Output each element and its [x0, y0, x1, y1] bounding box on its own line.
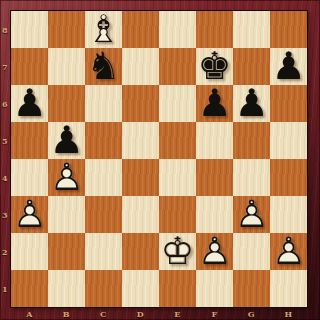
- square-c3[interactable]: [85, 196, 122, 233]
- square-h3[interactable]: [270, 196, 307, 233]
- white-king-e2[interactable]: ♚♔: [159, 233, 196, 270]
- square-a5[interactable]: [11, 122, 48, 159]
- black-pawn-h7[interactable]: ♟: [270, 48, 307, 85]
- square-e3[interactable]: [159, 196, 196, 233]
- square-b8[interactable]: [48, 11, 85, 48]
- file-label-c: C: [85, 307, 122, 320]
- square-e5[interactable]: [159, 122, 196, 159]
- file-label-f: F: [196, 307, 233, 320]
- square-c5[interactable]: [85, 122, 122, 159]
- rank-label-8: 8: [0, 11, 10, 48]
- square-g8[interactable]: [233, 11, 270, 48]
- rank-label-1: 1: [0, 270, 10, 307]
- square-b7[interactable]: [48, 48, 85, 85]
- square-h4[interactable]: [270, 159, 307, 196]
- square-f7[interactable]: ♚: [196, 48, 233, 85]
- rank-label-4: 4: [0, 159, 10, 196]
- square-e1[interactable]: [159, 270, 196, 307]
- file-label-d: D: [122, 307, 159, 320]
- square-f5[interactable]: [196, 122, 233, 159]
- square-a7[interactable]: [11, 48, 48, 85]
- black-pawn-f6[interactable]: ♟: [196, 85, 233, 122]
- square-c8[interactable]: ♝♗: [85, 11, 122, 48]
- square-f4[interactable]: [196, 159, 233, 196]
- square-h7[interactable]: ♟: [270, 48, 307, 85]
- square-d7[interactable]: [122, 48, 159, 85]
- white-pawn-b4[interactable]: ♟♙: [48, 159, 85, 196]
- square-b4[interactable]: ♟♙: [48, 159, 85, 196]
- file-label-g: G: [233, 307, 270, 320]
- square-f2[interactable]: ♟♙: [196, 233, 233, 270]
- white-pawn-h2[interactable]: ♟♙: [270, 233, 307, 270]
- square-b2[interactable]: [48, 233, 85, 270]
- square-a6[interactable]: ♟: [11, 85, 48, 122]
- square-e7[interactable]: [159, 48, 196, 85]
- square-h1[interactable]: [270, 270, 307, 307]
- square-g4[interactable]: [233, 159, 270, 196]
- chess-board: ♝♗♞♚♟♟♟♟♟♟♙♟♙♟♙♚♔♟♙♟♙: [10, 10, 308, 308]
- square-d3[interactable]: [122, 196, 159, 233]
- square-f8[interactable]: [196, 11, 233, 48]
- square-g2[interactable]: [233, 233, 270, 270]
- black-pawn-b5[interactable]: ♟: [48, 122, 85, 159]
- black-pawn-g6[interactable]: ♟: [233, 85, 270, 122]
- rank-label-5: 5: [0, 122, 10, 159]
- square-c4[interactable]: [85, 159, 122, 196]
- square-g3[interactable]: ♟♙: [233, 196, 270, 233]
- white-pawn-a3[interactable]: ♟♙: [11, 196, 48, 233]
- file-label-b: B: [48, 307, 85, 320]
- black-pawn-a6[interactable]: ♟: [11, 85, 48, 122]
- white-pawn-f2[interactable]: ♟♙: [196, 233, 233, 270]
- square-b5[interactable]: ♟: [48, 122, 85, 159]
- rank-label-2: 2: [0, 233, 10, 270]
- square-c1[interactable]: [85, 270, 122, 307]
- file-label-a: A: [11, 307, 48, 320]
- square-h6[interactable]: [270, 85, 307, 122]
- chess-board-frame: ♝♗♞♚♟♟♟♟♟♟♙♟♙♟♙♚♔♟♙♟♙ 87654321ABCDEFGH: [0, 0, 320, 320]
- square-f3[interactable]: [196, 196, 233, 233]
- square-d2[interactable]: [122, 233, 159, 270]
- square-d5[interactable]: [122, 122, 159, 159]
- square-e2[interactable]: ♚♔: [159, 233, 196, 270]
- rank-label-3: 3: [0, 196, 10, 233]
- square-a8[interactable]: [11, 11, 48, 48]
- square-f6[interactable]: ♟: [196, 85, 233, 122]
- square-g7[interactable]: [233, 48, 270, 85]
- square-e4[interactable]: [159, 159, 196, 196]
- black-knight-c7[interactable]: ♞: [85, 48, 122, 85]
- square-h8[interactable]: [270, 11, 307, 48]
- white-bishop-c8[interactable]: ♝♗: [85, 11, 122, 48]
- square-d1[interactable]: [122, 270, 159, 307]
- file-label-h: H: [270, 307, 307, 320]
- square-a3[interactable]: ♟♙: [11, 196, 48, 233]
- square-e8[interactable]: [159, 11, 196, 48]
- black-king-f7[interactable]: ♚: [196, 48, 233, 85]
- square-e6[interactable]: [159, 85, 196, 122]
- rank-label-7: 7: [0, 48, 10, 85]
- square-b3[interactable]: [48, 196, 85, 233]
- square-d6[interactable]: [122, 85, 159, 122]
- square-a2[interactable]: [11, 233, 48, 270]
- square-h2[interactable]: ♟♙: [270, 233, 307, 270]
- square-c7[interactable]: ♞: [85, 48, 122, 85]
- square-g6[interactable]: ♟: [233, 85, 270, 122]
- square-f1[interactable]: [196, 270, 233, 307]
- square-b6[interactable]: [48, 85, 85, 122]
- white-pawn-g3[interactable]: ♟♙: [233, 196, 270, 233]
- square-c6[interactable]: [85, 85, 122, 122]
- square-a1[interactable]: [11, 270, 48, 307]
- square-g5[interactable]: [233, 122, 270, 159]
- square-c2[interactable]: [85, 233, 122, 270]
- square-a4[interactable]: [11, 159, 48, 196]
- square-b1[interactable]: [48, 270, 85, 307]
- square-h5[interactable]: [270, 122, 307, 159]
- square-d4[interactable]: [122, 159, 159, 196]
- rank-label-6: 6: [0, 85, 10, 122]
- file-label-e: E: [159, 307, 196, 320]
- square-d8[interactable]: [122, 11, 159, 48]
- square-g1[interactable]: [233, 270, 270, 307]
